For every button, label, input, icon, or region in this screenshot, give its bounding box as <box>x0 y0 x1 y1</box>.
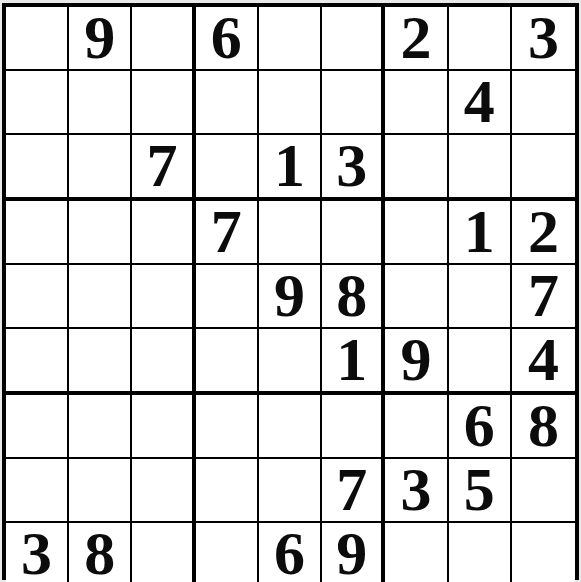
given-digit: 1 <box>336 328 367 390</box>
cell-r7c3[interactable] <box>132 395 195 459</box>
cell-r8c9[interactable] <box>512 459 575 523</box>
given-digit: 9 <box>400 328 431 390</box>
cell-r4c7[interactable] <box>385 201 448 265</box>
cell-r3c3[interactable]: 7 <box>132 135 195 201</box>
cell-r3c1[interactable] <box>6 135 69 201</box>
cell-r8c3[interactable] <box>132 459 195 523</box>
cell-r5c1[interactable] <box>6 265 69 329</box>
cell-r1c3[interactable] <box>132 7 195 71</box>
cell-r3c6[interactable]: 3 <box>322 135 385 201</box>
cell-r6c6[interactable]: 1 <box>322 329 385 395</box>
cell-r5c6[interactable]: 8 <box>322 265 385 329</box>
cell-r1c1[interactable] <box>6 7 69 71</box>
cell-r1c2[interactable]: 9 <box>69 7 132 71</box>
given-digit: 7 <box>147 134 178 196</box>
given-digit: 7 <box>528 264 559 326</box>
cell-r7c2[interactable] <box>69 395 132 459</box>
cell-r3c9[interactable] <box>512 135 575 201</box>
given-digit: 9 <box>336 522 367 582</box>
cell-r1c5[interactable] <box>259 7 322 71</box>
cell-r9c9[interactable] <box>512 523 575 582</box>
cell-r9c5[interactable]: 6 <box>259 523 322 582</box>
given-digit: 7 <box>211 200 242 262</box>
cell-r7c1[interactable] <box>6 395 69 459</box>
given-digit: 7 <box>336 458 367 520</box>
cell-r2c7[interactable] <box>385 71 448 135</box>
given-digit: 3 <box>336 134 367 196</box>
cell-r4c3[interactable] <box>132 201 195 265</box>
cell-r6c7[interactable]: 9 <box>385 329 448 395</box>
cell-r5c9[interactable]: 7 <box>512 265 575 329</box>
cell-r4c1[interactable] <box>6 201 69 265</box>
cell-r4c2[interactable] <box>69 201 132 265</box>
cell-r5c4[interactable] <box>196 265 259 329</box>
cell-r9c6[interactable]: 9 <box>322 523 385 582</box>
cell-r6c8[interactable] <box>449 329 512 395</box>
cell-r4c4[interactable]: 7 <box>196 201 259 265</box>
cell-r4c6[interactable] <box>322 201 385 265</box>
given-digit: 3 <box>400 458 431 520</box>
given-digit: 4 <box>464 70 495 132</box>
cell-r7c7[interactable] <box>385 395 448 459</box>
cell-r3c2[interactable] <box>69 135 132 201</box>
cell-r1c9[interactable]: 3 <box>512 7 575 71</box>
cell-r3c8[interactable] <box>449 135 512 201</box>
cell-r8c2[interactable] <box>69 459 132 523</box>
cell-r4c8[interactable]: 1 <box>449 201 512 265</box>
given-digit: 8 <box>528 394 559 456</box>
cell-r6c2[interactable] <box>69 329 132 395</box>
cell-r1c8[interactable] <box>449 7 512 71</box>
given-digit: 6 <box>211 6 242 68</box>
cell-r5c7[interactable] <box>385 265 448 329</box>
given-digit: 2 <box>400 6 431 68</box>
cell-r5c2[interactable] <box>69 265 132 329</box>
given-digit: 8 <box>336 264 367 326</box>
given-digit: 3 <box>21 522 52 582</box>
cell-r2c8[interactable]: 4 <box>449 71 512 135</box>
page: 96234713712987194687353869 <box>0 0 581 582</box>
cell-r9c1[interactable]: 3 <box>6 523 69 582</box>
cell-r8c1[interactable] <box>6 459 69 523</box>
cell-r8c6[interactable]: 7 <box>322 459 385 523</box>
cell-r9c4[interactable] <box>196 523 259 582</box>
given-digit: 2 <box>528 200 559 262</box>
cell-r1c4[interactable]: 6 <box>196 7 259 71</box>
cell-r6c5[interactable] <box>259 329 322 395</box>
cell-r2c4[interactable] <box>196 71 259 135</box>
given-digit: 8 <box>84 522 115 582</box>
cell-r9c2[interactable]: 8 <box>69 523 132 582</box>
cell-r7c5[interactable] <box>259 395 322 459</box>
given-digit: 1 <box>464 200 495 262</box>
cell-r2c6[interactable] <box>322 71 385 135</box>
sudoku-board: 96234713712987194687353869 <box>2 3 579 580</box>
cell-r8c5[interactable] <box>259 459 322 523</box>
cell-r4c9[interactable]: 2 <box>512 201 575 265</box>
cell-r3c4[interactable] <box>196 135 259 201</box>
cell-r6c4[interactable] <box>196 329 259 395</box>
cell-r2c1[interactable] <box>6 71 69 135</box>
cell-r7c9[interactable]: 8 <box>512 395 575 459</box>
cell-r8c7[interactable]: 3 <box>385 459 448 523</box>
given-digit: 4 <box>528 328 559 390</box>
given-digit: 9 <box>84 6 115 68</box>
cell-r2c3[interactable] <box>132 71 195 135</box>
given-digit: 1 <box>274 134 305 196</box>
cell-r8c8[interactable]: 5 <box>449 459 512 523</box>
cell-r5c3[interactable] <box>132 265 195 329</box>
cell-r6c9[interactable]: 4 <box>512 329 575 395</box>
cell-r9c7[interactable] <box>385 523 448 582</box>
cell-r2c5[interactable] <box>259 71 322 135</box>
given-digit: 9 <box>274 264 305 326</box>
cell-r2c2[interactable] <box>69 71 132 135</box>
cell-r9c8[interactable] <box>449 523 512 582</box>
cell-r5c5[interactable]: 9 <box>259 265 322 329</box>
cell-r6c3[interactable] <box>132 329 195 395</box>
cell-r3c5[interactable]: 1 <box>259 135 322 201</box>
cell-r7c4[interactable] <box>196 395 259 459</box>
cell-r4c5[interactable] <box>259 201 322 265</box>
given-digit: 5 <box>464 458 495 520</box>
cell-r7c8[interactable]: 6 <box>449 395 512 459</box>
cell-r3c7[interactable] <box>385 135 448 201</box>
given-digit: 6 <box>464 394 495 456</box>
given-digit: 6 <box>274 522 305 582</box>
cell-r7c6[interactable] <box>322 395 385 459</box>
cell-r5c8[interactable] <box>449 265 512 329</box>
cell-r2c9[interactable] <box>512 71 575 135</box>
cell-r1c6[interactable] <box>322 7 385 71</box>
cell-r6c1[interactable] <box>6 329 69 395</box>
cell-r8c4[interactable] <box>196 459 259 523</box>
given-digit: 3 <box>528 6 559 68</box>
cell-r9c3[interactable] <box>132 523 195 582</box>
cell-r1c7[interactable]: 2 <box>385 7 448 71</box>
